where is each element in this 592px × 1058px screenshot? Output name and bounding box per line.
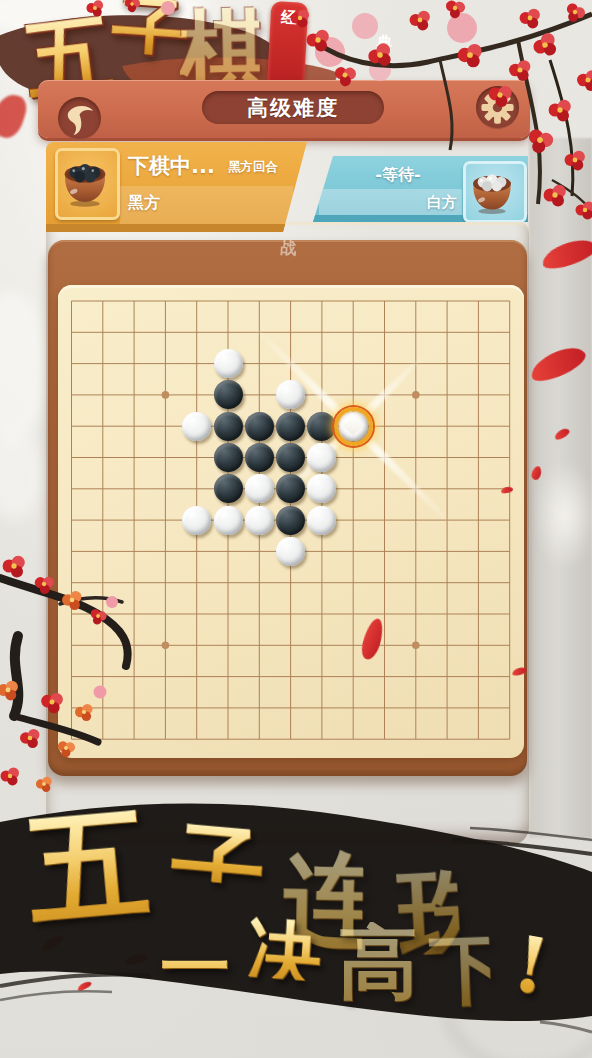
black-stone <box>214 412 243 441</box>
calligraphy-char: 下 <box>428 931 491 1023</box>
white-stone <box>214 349 243 378</box>
black-stone <box>276 412 305 441</box>
black-stone <box>214 443 243 472</box>
calligraphy-char: 一 <box>160 932 230 1002</box>
calligraphy-char: 战 <box>254 237 319 330</box>
plum-branch-top-right <box>80 0 592 250</box>
black-stone <box>214 474 243 503</box>
white-stone <box>245 474 274 503</box>
white-stone <box>214 506 243 535</box>
star-point <box>412 642 420 650</box>
white-stone <box>182 506 211 535</box>
cloud-wash <box>0 292 50 442</box>
cloud-wash <box>0 430 44 520</box>
white-stone <box>307 506 336 535</box>
calligraphy-char: 五 <box>23 801 153 931</box>
black-stone <box>214 380 243 409</box>
white-stone <box>276 537 305 566</box>
black-stone <box>276 443 305 472</box>
gomoku-app-screen: 五子棋 经典对战 高级难度 <box>0 0 592 1058</box>
star-point <box>412 391 420 399</box>
black-stone <box>307 412 336 441</box>
plum-branch-left <box>0 540 250 810</box>
black-stone <box>245 443 274 472</box>
star-point <box>162 391 170 399</box>
black-stone <box>276 506 305 535</box>
black-stone <box>245 412 274 441</box>
white-stone <box>182 412 211 441</box>
white-stone <box>245 506 274 535</box>
smoke-swirl <box>534 460 592 570</box>
calligraphy-char: 高 <box>338 922 418 1058</box>
